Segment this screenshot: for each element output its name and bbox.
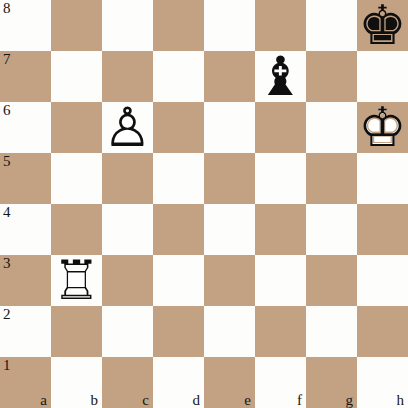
rank-label-1: 1	[3, 357, 11, 374]
square-e3[interactable]	[204, 255, 255, 306]
square-f2[interactable]	[255, 306, 306, 357]
square-b7[interactable]	[51, 51, 102, 102]
square-b1[interactable]: b	[51, 357, 102, 408]
square-e5[interactable]	[204, 153, 255, 204]
square-c6[interactable]: ♟♙	[102, 102, 153, 153]
square-a6[interactable]: 6	[0, 102, 51, 153]
square-h2[interactable]	[357, 306, 408, 357]
square-g7[interactable]	[306, 51, 357, 102]
square-e8[interactable]	[204, 0, 255, 51]
square-d1[interactable]: d	[153, 357, 204, 408]
piece-outline-layer: ♖	[51, 255, 102, 306]
square-g2[interactable]	[306, 306, 357, 357]
square-h5[interactable]	[357, 153, 408, 204]
rank-label-8: 8	[3, 0, 11, 17]
file-label-h: h	[397, 392, 405, 408]
white-pawn-c6[interactable]: ♟♙	[102, 102, 153, 153]
rank-label-2: 2	[3, 306, 11, 323]
square-a7[interactable]: 7	[0, 51, 51, 102]
square-b6[interactable]	[51, 102, 102, 153]
square-a5[interactable]: 5	[0, 153, 51, 204]
square-b5[interactable]	[51, 153, 102, 204]
square-f4[interactable]	[255, 204, 306, 255]
square-b8[interactable]	[51, 0, 102, 51]
square-g3[interactable]	[306, 255, 357, 306]
white-rook-b3[interactable]: ♜♖	[51, 255, 102, 306]
piece-outline-layer: ♔	[357, 102, 408, 153]
square-f5[interactable]	[255, 153, 306, 204]
square-a2[interactable]: 2	[0, 306, 51, 357]
square-d6[interactable]	[153, 102, 204, 153]
square-e1[interactable]: e	[204, 357, 255, 408]
square-h6[interactable]: ♚♔	[357, 102, 408, 153]
square-f7[interactable]: ♝	[255, 51, 306, 102]
square-g8[interactable]	[306, 0, 357, 51]
square-g4[interactable]	[306, 204, 357, 255]
square-h7[interactable]	[357, 51, 408, 102]
file-label-f: f	[297, 392, 302, 408]
square-f3[interactable]	[255, 255, 306, 306]
square-e6[interactable]	[204, 102, 255, 153]
chess-board: 8♚7♝6♟♙♚♔543♜♖21abcdefgh	[0, 0, 408, 408]
rank-label-6: 6	[3, 102, 11, 119]
square-e7[interactable]	[204, 51, 255, 102]
file-label-g: g	[346, 392, 354, 408]
square-d5[interactable]	[153, 153, 204, 204]
rank-label-3: 3	[3, 255, 11, 272]
square-c2[interactable]	[102, 306, 153, 357]
file-label-a: a	[40, 392, 47, 408]
square-d3[interactable]	[153, 255, 204, 306]
piece-outline-layer: ♙	[102, 102, 153, 153]
square-h4[interactable]	[357, 204, 408, 255]
square-a4[interactable]: 4	[0, 204, 51, 255]
square-d2[interactable]	[153, 306, 204, 357]
black-bishop-f7[interactable]: ♝	[255, 51, 306, 102]
black-king-h8[interactable]: ♚	[357, 0, 408, 51]
square-b2[interactable]	[51, 306, 102, 357]
square-f6[interactable]	[255, 102, 306, 153]
square-f1[interactable]: f	[255, 357, 306, 408]
file-label-c: c	[142, 392, 149, 408]
square-g1[interactable]: g	[306, 357, 357, 408]
file-label-e: e	[244, 392, 251, 408]
square-a8[interactable]: 8	[0, 0, 51, 51]
file-label-b: b	[91, 392, 99, 408]
square-c4[interactable]	[102, 204, 153, 255]
square-c8[interactable]	[102, 0, 153, 51]
square-f8[interactable]	[255, 0, 306, 51]
square-c7[interactable]	[102, 51, 153, 102]
square-c5[interactable]	[102, 153, 153, 204]
square-b3[interactable]: ♜♖	[51, 255, 102, 306]
square-g6[interactable]	[306, 102, 357, 153]
rank-label-5: 5	[3, 153, 11, 170]
square-d4[interactable]	[153, 204, 204, 255]
square-c3[interactable]	[102, 255, 153, 306]
square-d7[interactable]	[153, 51, 204, 102]
white-king-h6[interactable]: ♚♔	[357, 102, 408, 153]
square-a3[interactable]: 3	[0, 255, 51, 306]
square-h8[interactable]: ♚	[357, 0, 408, 51]
square-h3[interactable]	[357, 255, 408, 306]
square-c1[interactable]: c	[102, 357, 153, 408]
rank-label-4: 4	[3, 204, 11, 221]
square-e4[interactable]	[204, 204, 255, 255]
rank-label-7: 7	[3, 51, 11, 68]
file-label-d: d	[193, 392, 201, 408]
square-b4[interactable]	[51, 204, 102, 255]
square-e2[interactable]	[204, 306, 255, 357]
square-a1[interactable]: 1a	[0, 357, 51, 408]
square-d8[interactable]	[153, 0, 204, 51]
square-h1[interactable]: h	[357, 357, 408, 408]
square-g5[interactable]	[306, 153, 357, 204]
